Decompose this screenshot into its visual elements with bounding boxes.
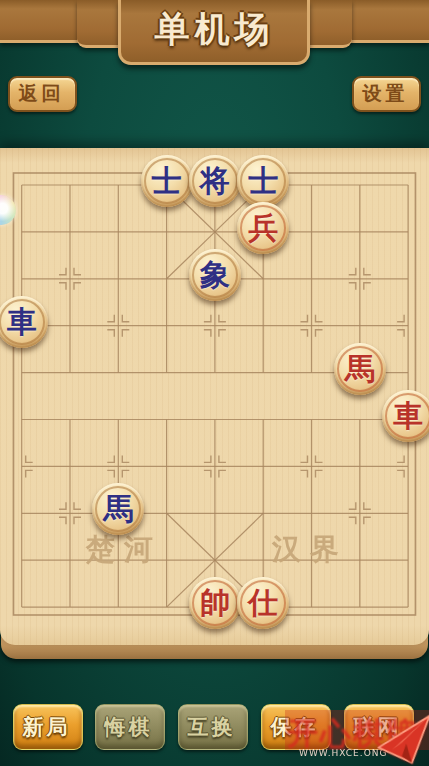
piece-glyph: 車: [393, 401, 423, 431]
piece-glyph: 士: [152, 166, 182, 196]
piece-black-将[interactable]: 将: [189, 155, 241, 207]
piece-red-車[interactable]: 車: [382, 390, 429, 442]
piece-black-士[interactable]: 士: [237, 155, 289, 207]
river-label-chu: 楚河: [86, 530, 162, 570]
undo-button[interactable]: 悔棋: [95, 704, 165, 750]
swap-button[interactable]: 互换: [178, 704, 248, 750]
piece-red-馬[interactable]: 馬: [334, 343, 386, 395]
piece-glyph: 将: [200, 166, 230, 196]
new-game-button[interactable]: 新局: [13, 704, 83, 750]
piece-glyph: 兵: [248, 213, 278, 243]
piece-glyph: 士: [248, 166, 278, 196]
piece-red-仕[interactable]: 仕: [237, 577, 289, 629]
piece-glyph: 象: [200, 260, 230, 290]
piece-glyph: 車: [7, 307, 37, 337]
page-title: 单机场: [0, 6, 429, 53]
board-grid: [0, 148, 429, 645]
piece-glyph: 馬: [103, 494, 133, 524]
save-button[interactable]: 保存: [261, 704, 331, 750]
piece-glyph: 帥: [200, 588, 230, 618]
piece-red-帥[interactable]: 帥: [189, 577, 241, 629]
piece-black-車[interactable]: 車: [0, 296, 48, 348]
xiangqi-board[interactable]: 楚河 汉界 士将士兵象車馬車馬帥仕: [0, 148, 429, 645]
online-button[interactable]: 联网: [344, 704, 414, 750]
back-button[interactable]: 返回: [8, 76, 77, 112]
settings-button[interactable]: 设置: [352, 76, 421, 112]
app-screen: { "game": "xiangqi", "position": { "fen"…: [0, 0, 429, 766]
piece-red-兵[interactable]: 兵: [237, 202, 289, 254]
piece-black-士[interactable]: 士: [141, 155, 193, 207]
piece-glyph: 馬: [345, 354, 375, 384]
piece-black-象[interactable]: 象: [189, 249, 241, 301]
piece-glyph: 仕: [248, 588, 278, 618]
river-label-han: 汉界: [272, 530, 348, 570]
